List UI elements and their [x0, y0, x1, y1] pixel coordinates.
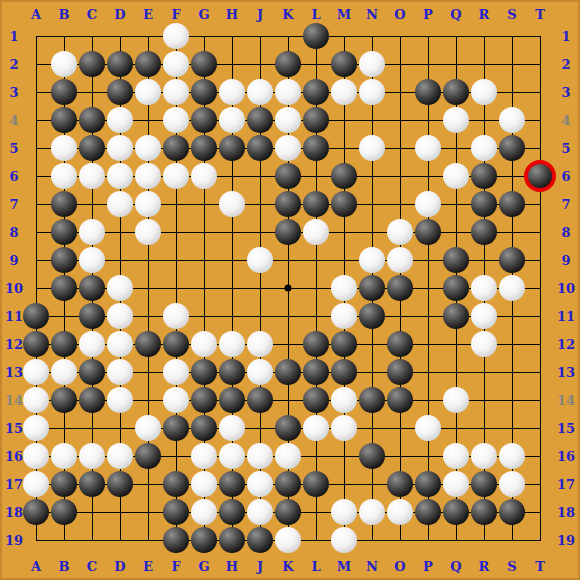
- black-stone-K17[interactable]: [275, 471, 301, 497]
- black-stone-O10[interactable]: [387, 275, 413, 301]
- row-label: 16: [5, 450, 23, 463]
- black-stone-L17[interactable]: [303, 471, 329, 497]
- black-stone-H5[interactable]: [219, 135, 245, 161]
- black-stone-R17[interactable]: [471, 471, 497, 497]
- white-stone-R11[interactable]: [471, 303, 497, 329]
- white-stone-D6[interactable]: [107, 163, 133, 189]
- white-stone-A17[interactable]: [23, 471, 49, 497]
- black-stone-B8[interactable]: [51, 219, 77, 245]
- column-label: K: [282, 560, 293, 573]
- black-stone-C14[interactable]: [79, 387, 105, 413]
- white-stone-C16[interactable]: [79, 443, 105, 469]
- white-stone-E7[interactable]: [135, 191, 161, 217]
- white-stone-F6[interactable]: [163, 163, 189, 189]
- white-stone-M18[interactable]: [331, 499, 357, 525]
- black-stone-D3[interactable]: [107, 79, 133, 105]
- column-label: N: [366, 8, 378, 21]
- black-stone-F15[interactable]: [163, 415, 189, 441]
- row-label: 13: [557, 366, 575, 379]
- white-stone-K16[interactable]: [275, 443, 301, 469]
- white-stone-H7[interactable]: [219, 191, 245, 217]
- white-stone-Q14[interactable]: [443, 387, 469, 413]
- black-stone-G3[interactable]: [191, 79, 217, 105]
- black-stone-J19[interactable]: [247, 527, 273, 553]
- row-label: 11: [557, 310, 575, 323]
- white-stone-J12[interactable]: [247, 331, 273, 357]
- black-stone-E12[interactable]: [135, 331, 161, 357]
- white-stone-Q4[interactable]: [443, 107, 469, 133]
- column-label: E: [143, 560, 153, 573]
- column-label: Q: [450, 560, 461, 573]
- black-stone-N10[interactable]: [359, 275, 385, 301]
- black-stone-D17[interactable]: [107, 471, 133, 497]
- black-stone-B4[interactable]: [51, 107, 77, 133]
- row-label: 9: [561, 254, 570, 267]
- row-label: 4: [9, 114, 18, 127]
- white-stone-P15[interactable]: [415, 415, 441, 441]
- row-label: 16: [557, 450, 575, 463]
- black-stone-F17[interactable]: [163, 471, 189, 497]
- black-stone-K13[interactable]: [275, 359, 301, 385]
- black-stone-L4[interactable]: [303, 107, 329, 133]
- row-label: 1: [561, 30, 570, 43]
- white-stone-C8[interactable]: [79, 219, 105, 245]
- black-stone-B14[interactable]: [51, 387, 77, 413]
- row-label: 11: [5, 310, 23, 323]
- white-stone-H4[interactable]: [219, 107, 245, 133]
- black-stone-A12[interactable]: [23, 331, 49, 357]
- white-stone-E6[interactable]: [135, 163, 161, 189]
- column-label: D: [114, 560, 125, 573]
- column-label: M: [337, 560, 351, 573]
- column-label: F: [171, 560, 180, 573]
- black-stone-L1[interactable]: [303, 23, 329, 49]
- black-stone-A11[interactable]: [23, 303, 49, 329]
- column-label: T: [535, 560, 545, 573]
- row-label: 19: [557, 534, 575, 547]
- black-stone-M12[interactable]: [331, 331, 357, 357]
- row-label: 15: [5, 422, 23, 435]
- white-stone-N5[interactable]: [359, 135, 385, 161]
- black-stone-H13[interactable]: [219, 359, 245, 385]
- black-stone-G2[interactable]: [191, 51, 217, 77]
- black-stone-P3[interactable]: [415, 79, 441, 105]
- black-stone-C11[interactable]: [79, 303, 105, 329]
- white-stone-Q17[interactable]: [443, 471, 469, 497]
- black-stone-G14[interactable]: [191, 387, 217, 413]
- black-stone-C4[interactable]: [79, 107, 105, 133]
- black-stone-B3[interactable]: [51, 79, 77, 105]
- white-stone-J16[interactable]: [247, 443, 273, 469]
- black-stone-O14[interactable]: [387, 387, 413, 413]
- white-stone-N2[interactable]: [359, 51, 385, 77]
- row-label: 12: [557, 338, 575, 351]
- black-stone-P8[interactable]: [415, 219, 441, 245]
- white-stone-C9[interactable]: [79, 247, 105, 273]
- black-stone-L14[interactable]: [303, 387, 329, 413]
- black-stone-B7[interactable]: [51, 191, 77, 217]
- white-stone-K19[interactable]: [275, 527, 301, 553]
- black-stone-B12[interactable]: [51, 331, 77, 357]
- column-label: G: [198, 8, 209, 21]
- white-stone-F14[interactable]: [163, 387, 189, 413]
- white-stone-E5[interactable]: [135, 135, 161, 161]
- black-stone-C2[interactable]: [79, 51, 105, 77]
- column-label: B: [59, 8, 70, 21]
- column-label: S: [507, 8, 516, 21]
- white-stone-L15[interactable]: [303, 415, 329, 441]
- white-stone-H3[interactable]: [219, 79, 245, 105]
- white-stone-D5[interactable]: [107, 135, 133, 161]
- black-stone-F5[interactable]: [163, 135, 189, 161]
- white-stone-F13[interactable]: [163, 359, 189, 385]
- black-stone-O12[interactable]: [387, 331, 413, 357]
- black-stone-G19[interactable]: [191, 527, 217, 553]
- white-stone-A14[interactable]: [23, 387, 49, 413]
- white-stone-M14[interactable]: [331, 387, 357, 413]
- black-stone-C17[interactable]: [79, 471, 105, 497]
- white-stone-M19[interactable]: [331, 527, 357, 553]
- white-stone-H16[interactable]: [219, 443, 245, 469]
- black-stone-B9[interactable]: [51, 247, 77, 273]
- white-stone-D16[interactable]: [107, 443, 133, 469]
- black-stone-C10[interactable]: [79, 275, 105, 301]
- column-label: O: [394, 8, 405, 21]
- white-stone-D13[interactable]: [107, 359, 133, 385]
- black-stone-R6[interactable]: [471, 163, 497, 189]
- black-stone-L3[interactable]: [303, 79, 329, 105]
- row-label: 7: [9, 198, 18, 211]
- column-label: R: [479, 560, 490, 573]
- black-stone-L12[interactable]: [303, 331, 329, 357]
- row-label: 8: [561, 226, 570, 239]
- white-stone-P7[interactable]: [415, 191, 441, 217]
- row-label: 17: [557, 478, 575, 491]
- row-label: 2: [9, 58, 18, 71]
- white-stone-C12[interactable]: [79, 331, 105, 357]
- black-stone-M7[interactable]: [331, 191, 357, 217]
- black-stone-L5[interactable]: [303, 135, 329, 161]
- white-stone-A13[interactable]: [23, 359, 49, 385]
- black-stone-K7[interactable]: [275, 191, 301, 217]
- black-stone-O17[interactable]: [387, 471, 413, 497]
- black-stone-L7[interactable]: [303, 191, 329, 217]
- black-stone-N11[interactable]: [359, 303, 385, 329]
- column-label: S: [507, 560, 516, 573]
- white-stone-G6[interactable]: [191, 163, 217, 189]
- black-stone-S7[interactable]: [499, 191, 525, 217]
- black-stone-N14[interactable]: [359, 387, 385, 413]
- row-label: 4: [561, 114, 570, 127]
- white-stone-C6[interactable]: [79, 163, 105, 189]
- white-stone-S10[interactable]: [499, 275, 525, 301]
- white-stone-Q6[interactable]: [443, 163, 469, 189]
- row-label: 6: [561, 170, 570, 183]
- row-label: 9: [9, 254, 18, 267]
- black-stone-G15[interactable]: [191, 415, 217, 441]
- white-stone-F2[interactable]: [163, 51, 189, 77]
- white-stone-F4[interactable]: [163, 107, 189, 133]
- black-stone-R18[interactable]: [471, 499, 497, 525]
- column-label: L: [311, 560, 320, 573]
- black-stone-H17[interactable]: [219, 471, 245, 497]
- row-label: 10: [5, 282, 23, 295]
- column-label: F: [171, 8, 180, 21]
- black-stone-J14[interactable]: [247, 387, 273, 413]
- black-stone-E16[interactable]: [135, 443, 161, 469]
- column-label: Q: [450, 8, 461, 21]
- black-stone-Q11[interactable]: [443, 303, 469, 329]
- column-label: O: [394, 560, 405, 573]
- white-stone-B16[interactable]: [51, 443, 77, 469]
- white-stone-D11[interactable]: [107, 303, 133, 329]
- row-label: 15: [557, 422, 575, 435]
- black-stone-C5[interactable]: [79, 135, 105, 161]
- column-label: T: [535, 8, 545, 21]
- go-board: AABBCCDDEEFFGGHHJJKKLLMMNNOOPPQQRRSSTT11…: [0, 0, 580, 580]
- column-label: R: [479, 8, 490, 21]
- row-label: 1: [9, 30, 18, 43]
- black-stone-K18[interactable]: [275, 499, 301, 525]
- white-stone-N3[interactable]: [359, 79, 385, 105]
- white-stone-J3[interactable]: [247, 79, 273, 105]
- white-stone-J9[interactable]: [247, 247, 273, 273]
- column-label: H: [226, 8, 238, 21]
- black-stone-F19[interactable]: [163, 527, 189, 553]
- column-label: K: [282, 8, 293, 21]
- row-label: 13: [5, 366, 23, 379]
- white-stone-H12[interactable]: [219, 331, 245, 357]
- white-stone-E3[interactable]: [135, 79, 161, 105]
- white-stone-F1[interactable]: [163, 23, 189, 49]
- white-stone-N18[interactable]: [359, 499, 385, 525]
- white-stone-E15[interactable]: [135, 415, 161, 441]
- black-stone-K6[interactable]: [275, 163, 301, 189]
- black-stone-J4[interactable]: [247, 107, 273, 133]
- row-label: 18: [5, 506, 23, 519]
- black-stone-H14[interactable]: [219, 387, 245, 413]
- black-stone-Q9[interactable]: [443, 247, 469, 273]
- white-stone-J17[interactable]: [247, 471, 273, 497]
- row-label: 8: [9, 226, 18, 239]
- column-label: J: [257, 8, 263, 21]
- white-stone-S4[interactable]: [499, 107, 525, 133]
- white-stone-B5[interactable]: [51, 135, 77, 161]
- black-stone-P18[interactable]: [415, 499, 441, 525]
- row-label: 5: [9, 142, 18, 155]
- column-label: J: [257, 560, 263, 573]
- white-stone-B2[interactable]: [51, 51, 77, 77]
- black-stone-N16[interactable]: [359, 443, 385, 469]
- white-stone-R12[interactable]: [471, 331, 497, 357]
- white-stone-S17[interactable]: [499, 471, 525, 497]
- column-label: C: [87, 560, 97, 573]
- black-stone-G13[interactable]: [191, 359, 217, 385]
- row-label: 6: [9, 170, 18, 183]
- white-stone-J13[interactable]: [247, 359, 273, 385]
- black-stone-Q10[interactable]: [443, 275, 469, 301]
- black-stone-F18[interactable]: [163, 499, 189, 525]
- white-stone-S16[interactable]: [499, 443, 525, 469]
- black-stone-S18[interactable]: [499, 499, 525, 525]
- black-stone-L13[interactable]: [303, 359, 329, 385]
- white-stone-G12[interactable]: [191, 331, 217, 357]
- black-stone-C13[interactable]: [79, 359, 105, 385]
- white-stone-H15[interactable]: [219, 415, 245, 441]
- black-stone-F12[interactable]: [163, 331, 189, 357]
- white-stone-E8[interactable]: [135, 219, 161, 245]
- black-stone-Q18[interactable]: [443, 499, 469, 525]
- white-stone-A16[interactable]: [23, 443, 49, 469]
- row-label: 12: [5, 338, 23, 351]
- black-stone-D2[interactable]: [107, 51, 133, 77]
- black-stone-K8[interactable]: [275, 219, 301, 245]
- row-label: 18: [557, 506, 575, 519]
- black-stone-K15[interactable]: [275, 415, 301, 441]
- white-stone-L8[interactable]: [303, 219, 329, 245]
- column-label: A: [31, 8, 41, 21]
- white-stone-G17[interactable]: [191, 471, 217, 497]
- column-label: C: [87, 8, 97, 21]
- black-stone-H19[interactable]: [219, 527, 245, 553]
- white-stone-Q16[interactable]: [443, 443, 469, 469]
- white-stone-N9[interactable]: [359, 247, 385, 273]
- white-stone-G18[interactable]: [191, 499, 217, 525]
- row-label: 17: [5, 478, 23, 491]
- white-stone-O8[interactable]: [387, 219, 413, 245]
- black-stone-M13[interactable]: [331, 359, 357, 385]
- black-stone-R7[interactable]: [471, 191, 497, 217]
- white-stone-P5[interactable]: [415, 135, 441, 161]
- column-label: L: [311, 8, 320, 21]
- white-stone-M15[interactable]: [331, 415, 357, 441]
- row-label: 3: [9, 86, 18, 99]
- black-stone-M2[interactable]: [331, 51, 357, 77]
- black-stone-S5[interactable]: [499, 135, 525, 161]
- row-label: 5: [561, 142, 570, 155]
- column-label: G: [198, 560, 209, 573]
- white-stone-K3[interactable]: [275, 79, 301, 105]
- white-stone-R3[interactable]: [471, 79, 497, 105]
- black-stone-A18[interactable]: [23, 499, 49, 525]
- black-stone-S9[interactable]: [499, 247, 525, 273]
- column-label: P: [423, 560, 433, 573]
- row-label: 10: [557, 282, 575, 295]
- black-stone-Q3[interactable]: [443, 79, 469, 105]
- black-stone-M6[interactable]: [331, 163, 357, 189]
- black-stone-G5[interactable]: [191, 135, 217, 161]
- column-label: H: [226, 560, 238, 573]
- row-label: 14: [557, 394, 575, 407]
- white-stone-M10[interactable]: [331, 275, 357, 301]
- black-stone-R8[interactable]: [471, 219, 497, 245]
- white-stone-G16[interactable]: [191, 443, 217, 469]
- black-stone-J5[interactable]: [247, 135, 273, 161]
- row-label: 2: [561, 58, 570, 71]
- row-label: 3: [561, 86, 570, 99]
- white-stone-F3[interactable]: [163, 79, 189, 105]
- white-stone-D14[interactable]: [107, 387, 133, 413]
- black-stone-P17[interactable]: [415, 471, 441, 497]
- white-stone-M3[interactable]: [331, 79, 357, 105]
- black-stone-B17[interactable]: [51, 471, 77, 497]
- white-stone-D10[interactable]: [107, 275, 133, 301]
- white-stone-O9[interactable]: [387, 247, 413, 273]
- black-stone-B10[interactable]: [51, 275, 77, 301]
- white-stone-D12[interactable]: [107, 331, 133, 357]
- column-label: M: [337, 8, 351, 21]
- row-label: 19: [5, 534, 23, 547]
- white-stone-F11[interactable]: [163, 303, 189, 329]
- white-stone-K5[interactable]: [275, 135, 301, 161]
- white-stone-R5[interactable]: [471, 135, 497, 161]
- row-label: 7: [561, 198, 570, 211]
- column-label: A: [31, 560, 41, 573]
- white-stone-R10[interactable]: [471, 275, 497, 301]
- column-label: D: [114, 8, 125, 21]
- white-stone-D7[interactable]: [107, 191, 133, 217]
- white-stone-D4[interactable]: [107, 107, 133, 133]
- black-stone-B18[interactable]: [51, 499, 77, 525]
- white-stone-K4[interactable]: [275, 107, 301, 133]
- white-stone-B13[interactable]: [51, 359, 77, 385]
- column-label: B: [59, 560, 70, 573]
- column-label: E: [143, 8, 153, 21]
- white-stone-A15[interactable]: [23, 415, 49, 441]
- black-stone-G4[interactable]: [191, 107, 217, 133]
- column-label: P: [423, 8, 433, 21]
- row-label: 14: [5, 394, 23, 407]
- black-stone-K2[interactable]: [275, 51, 301, 77]
- white-stone-O18[interactable]: [387, 499, 413, 525]
- white-stone-B6[interactable]: [51, 163, 77, 189]
- column-label: N: [366, 560, 378, 573]
- black-stone-H18[interactable]: [219, 499, 245, 525]
- star-point: [285, 285, 292, 292]
- last-move-marker: [524, 160, 556, 192]
- white-stone-R16[interactable]: [471, 443, 497, 469]
- black-stone-O13[interactable]: [387, 359, 413, 385]
- white-stone-M11[interactable]: [331, 303, 357, 329]
- black-stone-E2[interactable]: [135, 51, 161, 77]
- white-stone-J18[interactable]: [247, 499, 273, 525]
